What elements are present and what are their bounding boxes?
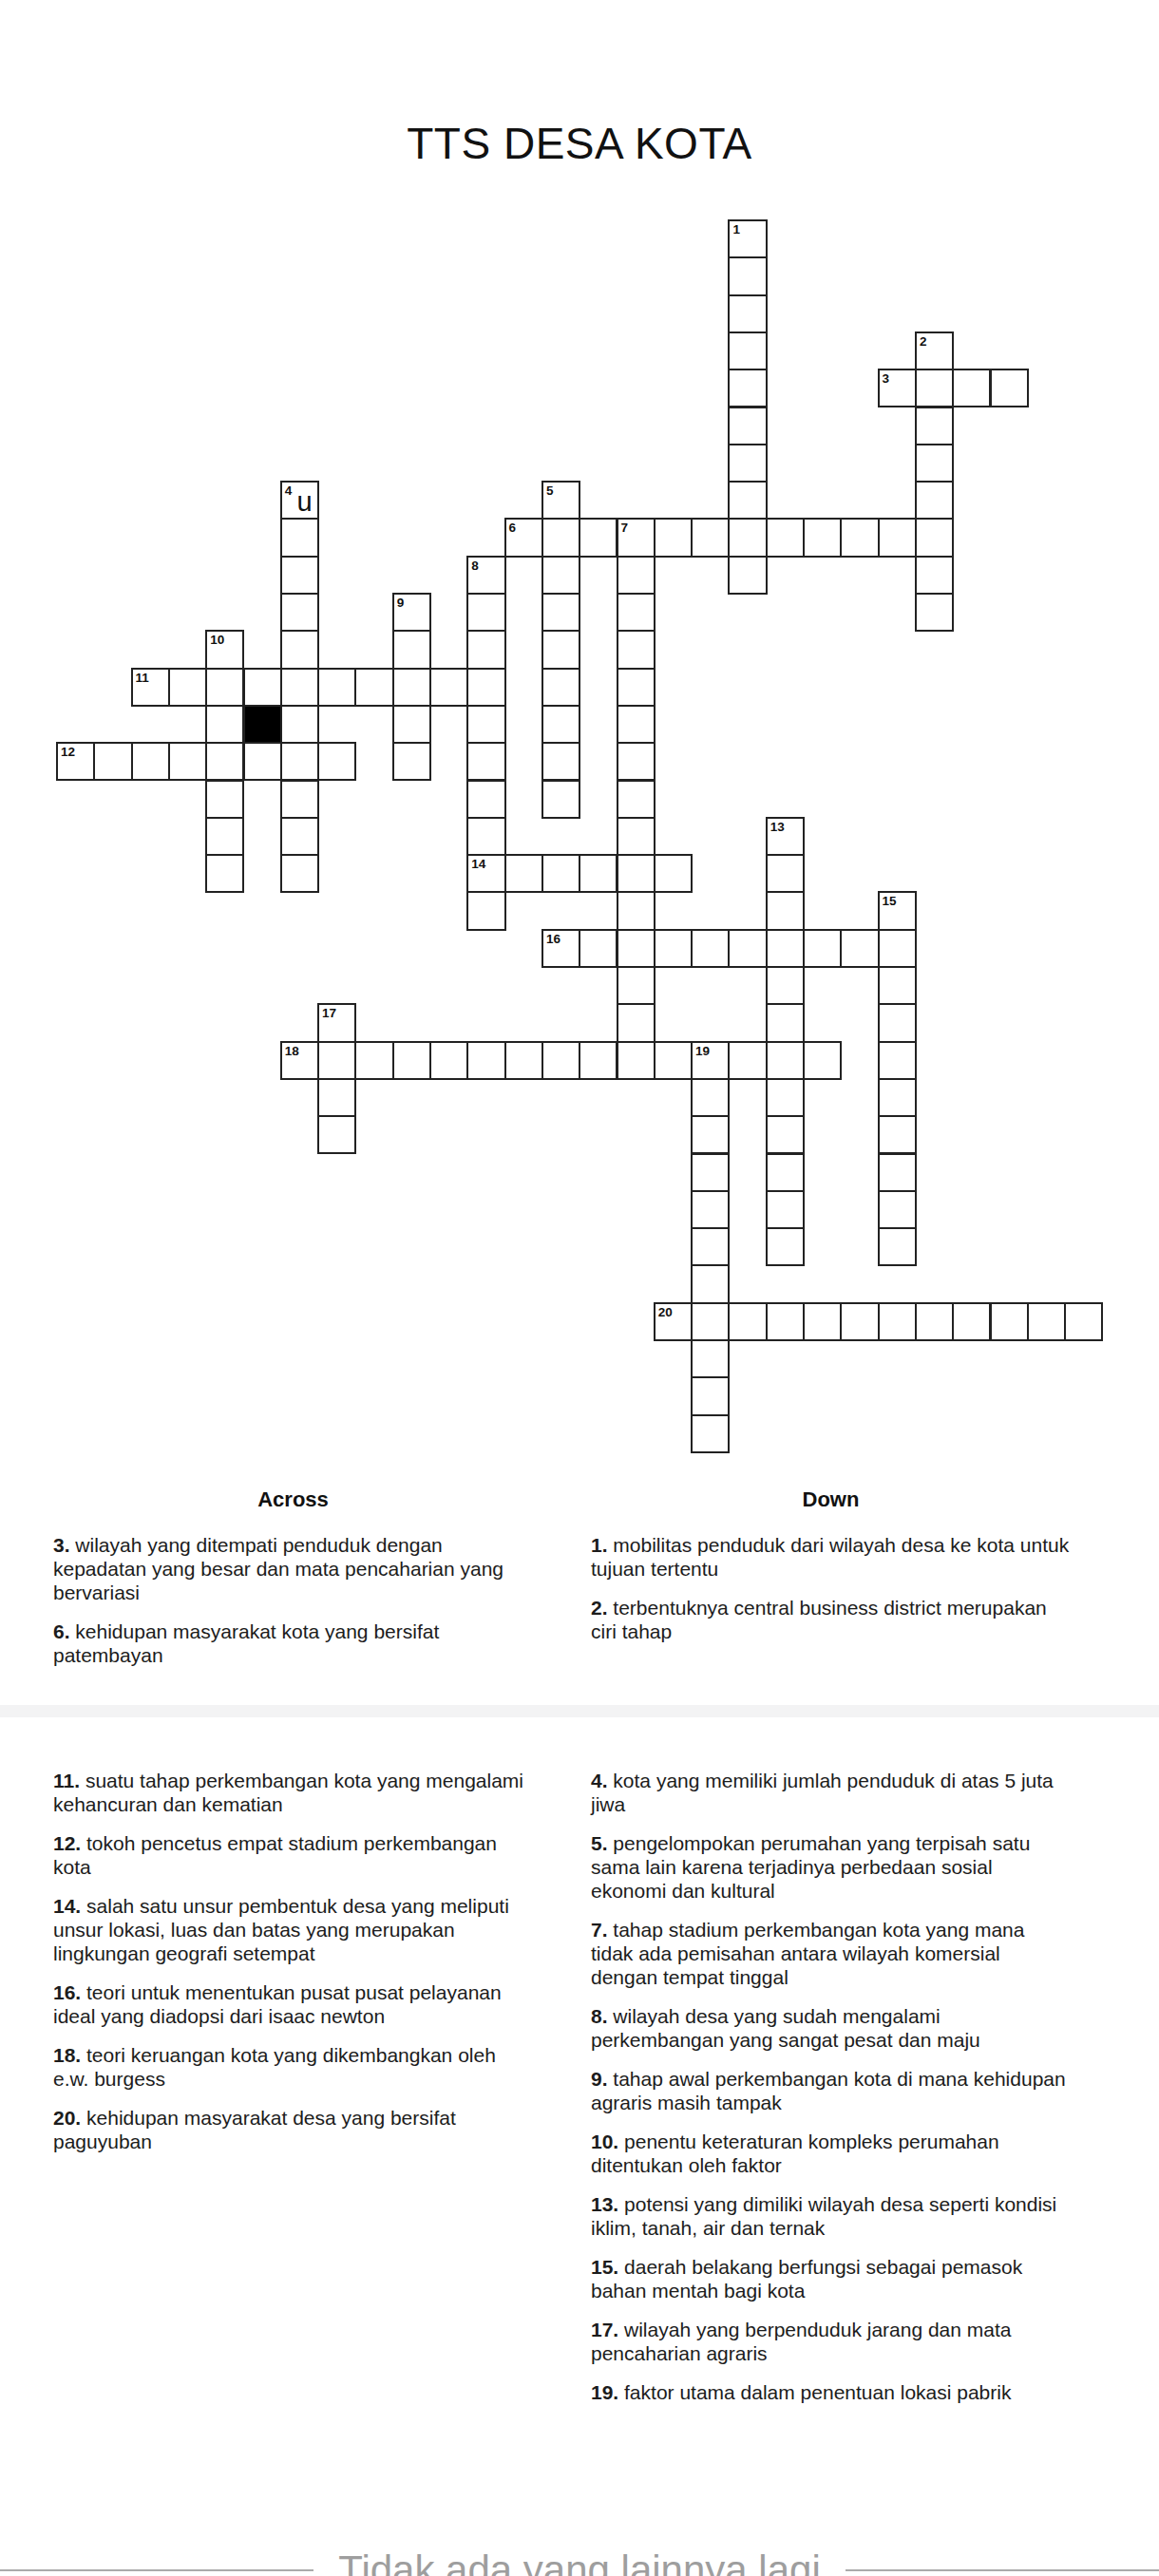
- cell-r13-c6[interactable]: [280, 705, 319, 744]
- clue-across-16: 16. teori untuk menentukan pusat pusat p…: [53, 1980, 533, 2028]
- cell-r19-c13[interactable]: 16: [541, 929, 580, 968]
- cell-r5-c23[interactable]: [915, 407, 954, 445]
- clue-number-10: 10: [210, 633, 224, 647]
- cell-r28-c17[interactable]: [691, 1264, 730, 1303]
- cell-r29-c26[interactable]: [1027, 1302, 1066, 1341]
- cell-r20-c19[interactable]: [766, 966, 805, 1005]
- cell-r10-c23[interactable]: [915, 593, 954, 632]
- cell-r7-c13[interactable]: 5: [541, 481, 580, 520]
- cell-r8-c13[interactable]: [541, 518, 580, 557]
- clue-down-5: 5. pengelompokan perumahan yang terpisah…: [591, 1831, 1071, 1903]
- cell-r11-c11[interactable]: [466, 630, 505, 669]
- cell-r17-c19[interactable]: [766, 854, 805, 893]
- cell-r8-c20[interactable]: [803, 518, 842, 557]
- cell-r10-c15[interactable]: [617, 593, 655, 632]
- clue-across-14: 14. salah satu unsur pembentuk desa yang…: [53, 1894, 533, 1965]
- cell-r27-c19[interactable]: [766, 1227, 805, 1266]
- cell-r19-c15[interactable]: [617, 929, 655, 968]
- clue-number-17: 17: [322, 1006, 336, 1020]
- cell-r22-c22[interactable]: [878, 1041, 917, 1080]
- cell-r8-c12[interactable]: 6: [504, 518, 543, 557]
- cell-r14-c4[interactable]: [205, 742, 244, 781]
- cell-r15-c15[interactable]: [617, 780, 655, 819]
- across-header: Across: [53, 1487, 533, 1512]
- clue-number-20: 20: [658, 1305, 673, 1319]
- cell-r11-c4[interactable]: 10: [205, 630, 244, 669]
- cell-r12-c6[interactable]: [280, 668, 319, 707]
- cell-r14-c0[interactable]: 12: [56, 742, 95, 781]
- clue-across-3: 3. wilayah yang ditempati penduduk denga…: [53, 1533, 533, 1604]
- cell-r12-c8[interactable]: [354, 668, 393, 707]
- clue-across-11: 11. suatu tahap perkembangan kota yang m…: [53, 1769, 533, 1816]
- black-cell-r13-c5: [243, 705, 282, 744]
- cell-r8-c19[interactable]: [766, 518, 805, 557]
- cell-r22-c11[interactable]: [466, 1041, 505, 1080]
- cell-r1-c18[interactable]: [728, 256, 767, 295]
- cell-r16-c4[interactable]: [205, 817, 244, 856]
- cell-r13-c11[interactable]: [466, 705, 505, 744]
- cell-r22-c18[interactable]: [728, 1041, 767, 1080]
- cell-r14-c2[interactable]: [131, 742, 170, 781]
- cell-r26-c19[interactable]: [766, 1190, 805, 1229]
- cell-r26-c17[interactable]: [691, 1190, 730, 1229]
- cell-r2-c18[interactable]: [728, 294, 767, 333]
- cell-r22-c19[interactable]: [766, 1041, 805, 1080]
- cell-r14-c5[interactable]: [243, 742, 282, 781]
- cell-r12-c9[interactable]: [392, 668, 431, 707]
- cell-r29-c16[interactable]: 20: [654, 1302, 693, 1341]
- cell-r12-c4[interactable]: [205, 668, 244, 707]
- cell-r19-c21[interactable]: [840, 929, 879, 968]
- prefilled-letter: u: [282, 483, 317, 518]
- cell-r12-c13[interactable]: [541, 668, 580, 707]
- cell-r10-c11[interactable]: [466, 593, 505, 632]
- cell-r20-c22[interactable]: [878, 966, 917, 1005]
- clue-number-16: 16: [546, 932, 560, 946]
- cell-r3-c23[interactable]: 2: [915, 331, 954, 370]
- cell-r19-c20[interactable]: [803, 929, 842, 968]
- cell-r4-c18[interactable]: [728, 369, 767, 407]
- cell-r18-c15[interactable]: [617, 891, 655, 930]
- cell-r12-c5[interactable]: [243, 668, 282, 707]
- cell-r31-c17[interactable]: [691, 1376, 730, 1415]
- clue-number-12: 12: [61, 745, 75, 759]
- clue-across-18: 18. teori keruangan kota yang dikembangk…: [53, 2043, 533, 2091]
- cell-r10-c6[interactable]: [280, 593, 319, 632]
- clue-number-13: 13: [770, 820, 785, 834]
- cell-r17-c15[interactable]: [617, 854, 655, 893]
- cell-r15-c6[interactable]: [280, 780, 319, 819]
- cell-r22-c13[interactable]: [541, 1041, 580, 1080]
- clue-number-5: 5: [546, 483, 554, 498]
- divider-line-left: [0, 2569, 313, 2571]
- clue-down-2: 2. terbentuknya central business distric…: [591, 1596, 1071, 1643]
- cell-r11-c15[interactable]: [617, 630, 655, 669]
- cell-r22-c10[interactable]: [429, 1041, 468, 1080]
- across-clue-list-1: 3. wilayah yang ditempati penduduk denga…: [53, 1533, 533, 1667]
- down-clues-section-2: 4. kota yang memiliki jumlah penduduk di…: [591, 1769, 1071, 2419]
- clue-down-17: 17. wilayah yang berpenduduk jarang dan …: [591, 2318, 1071, 2365]
- clue-number-3: 3: [883, 371, 890, 386]
- cell-r14-c9[interactable]: [392, 742, 431, 781]
- cell-r27-c22[interactable]: [878, 1227, 917, 1266]
- cell-r14-c6[interactable]: [280, 742, 319, 781]
- cell-r16-c19[interactable]: 13: [766, 817, 805, 856]
- cell-r22-c15[interactable]: [617, 1041, 655, 1080]
- cell-r29-c20[interactable]: [803, 1302, 842, 1341]
- clue-down-1: 1. mobilitas penduduk dari wilayah desa …: [591, 1533, 1071, 1581]
- cell-r23-c7[interactable]: [317, 1078, 356, 1117]
- clue-down-15: 15. daerah belakang berfungsi sebagai pe…: [591, 2255, 1071, 2302]
- cell-r9-c18[interactable]: [728, 556, 767, 595]
- clue-down-4: 4. kota yang memiliki jumlah penduduk di…: [591, 1769, 1071, 1816]
- section-separator-band: [0, 1705, 1159, 1717]
- cell-r23-c17[interactable]: [691, 1078, 730, 1117]
- cell-r12-c7[interactable]: [317, 668, 356, 707]
- cell-r24-c17[interactable]: [691, 1115, 730, 1154]
- cell-r9-c11[interactable]: 8: [466, 556, 505, 595]
- cell-r18-c22[interactable]: 15: [878, 891, 917, 930]
- cell-r21-c7[interactable]: 17: [317, 1003, 356, 1042]
- cell-r30-c17[interactable]: [691, 1339, 730, 1378]
- cell-r29-c27[interactable]: [1064, 1302, 1103, 1341]
- cell-r32-c17[interactable]: [691, 1414, 730, 1453]
- clue-down-8: 8. wilayah desa yang sudah mengalami per…: [591, 2004, 1071, 2052]
- cell-r29-c17[interactable]: [691, 1302, 730, 1341]
- cell-r17-c6[interactable]: [280, 854, 319, 893]
- cell-r25-c19[interactable]: [766, 1153, 805, 1192]
- cell-r21-c15[interactable]: [617, 1003, 655, 1042]
- end-of-list-divider: Tidak ada yang lainnya lagi: [0, 2548, 1159, 2576]
- cell-r7-c23[interactable]: [915, 481, 954, 520]
- cell-r7-c6[interactable]: 4u: [280, 481, 319, 520]
- cell-r21-c22[interactable]: [878, 1003, 917, 1042]
- cell-r8-c22[interactable]: [878, 518, 917, 557]
- cell-r29-c23[interactable]: [915, 1302, 954, 1341]
- down-clue-list-1: 1. mobilitas penduduk dari wilayah desa …: [591, 1533, 1071, 1643]
- cell-r17-c16[interactable]: [654, 854, 693, 893]
- clue-across-12: 12. tokoh pencetus empat stadium perkemb…: [53, 1831, 533, 1879]
- cell-r4-c23[interactable]: [915, 369, 954, 407]
- cell-r16-c6[interactable]: [280, 817, 319, 856]
- cell-r9-c15[interactable]: [617, 556, 655, 595]
- cell-r8-c6[interactable]: [280, 518, 319, 557]
- cell-r19-c16[interactable]: [654, 929, 693, 968]
- cell-r10-c13[interactable]: [541, 593, 580, 632]
- cell-r29-c25[interactable]: [990, 1302, 1029, 1341]
- cell-r23-c19[interactable]: [766, 1078, 805, 1117]
- clue-number-18: 18: [285, 1044, 299, 1058]
- cell-r25-c17[interactable]: [691, 1153, 730, 1192]
- clue-number-6: 6: [509, 521, 517, 535]
- cell-r17-c13[interactable]: [541, 854, 580, 893]
- cell-r11-c9[interactable]: [392, 630, 431, 669]
- cell-r24-c7[interactable]: [317, 1115, 356, 1154]
- cell-r6-c23[interactable]: [915, 444, 954, 483]
- cell-r13-c4[interactable]: [205, 705, 244, 744]
- down-clue-list-2: 4. kota yang memiliki jumlah penduduk di…: [591, 1769, 1071, 2404]
- cell-r12-c10[interactable]: [429, 668, 468, 707]
- cell-r15-c11[interactable]: [466, 780, 505, 819]
- cell-r8-c14[interactable]: [579, 518, 617, 557]
- cell-r24-c22[interactable]: [878, 1115, 917, 1154]
- cell-r22-c8[interactable]: [354, 1041, 393, 1080]
- clue-down-10: 10. penentu keteraturan kompleks perumah…: [591, 2130, 1071, 2177]
- cell-r9-c6[interactable]: [280, 556, 319, 595]
- cell-r14-c1[interactable]: [93, 742, 132, 781]
- clue-down-19: 19. faktor utama dalam penentuan lokasi …: [591, 2380, 1071, 2404]
- cell-r17-c11[interactable]: 14: [466, 854, 505, 893]
- cell-r19-c14[interactable]: [579, 929, 617, 968]
- cell-r17-c4[interactable]: [205, 854, 244, 893]
- clue-across-6: 6. kehidupan masyarakat kota yang bersif…: [53, 1619, 533, 1667]
- cell-r12-c2[interactable]: 11: [131, 668, 170, 707]
- cell-r0-c18[interactable]: 1: [728, 219, 767, 258]
- cell-r18-c11[interactable]: [466, 891, 505, 930]
- cell-r21-c19[interactable]: [766, 1003, 805, 1042]
- cell-r29-c19[interactable]: [766, 1302, 805, 1341]
- down-clues-section-1: Down 1. mobilitas penduduk dari wilayah …: [591, 1487, 1071, 1658]
- cell-r23-c22[interactable]: [878, 1078, 917, 1117]
- cell-r12-c15[interactable]: [617, 668, 655, 707]
- crossword-grid: 1234u567891011121314151617181920: [0, 0, 1159, 1463]
- cell-r11-c6[interactable]: [280, 630, 319, 669]
- cell-r14-c13[interactable]: [541, 742, 580, 781]
- clue-number-7: 7: [621, 521, 629, 535]
- down-header: Down: [591, 1487, 1071, 1512]
- clue-number-8: 8: [471, 559, 479, 573]
- cell-r19-c19[interactable]: [766, 929, 805, 968]
- cell-r22-c9[interactable]: [392, 1041, 431, 1080]
- cell-r6-c18[interactable]: [728, 444, 767, 483]
- clue-number-2: 2: [920, 334, 927, 349]
- cell-r4-c24[interactable]: [952, 369, 991, 407]
- clue-number-1: 1: [732, 222, 740, 237]
- cell-r27-c17[interactable]: [691, 1227, 730, 1266]
- cell-r14-c7[interactable]: [317, 742, 356, 781]
- cell-r15-c4[interactable]: [205, 780, 244, 819]
- end-of-list-text: Tidak ada yang lainnya lagi: [338, 2548, 820, 2576]
- cell-r8-c23[interactable]: [915, 518, 954, 557]
- cell-r17-c12[interactable]: [504, 854, 543, 893]
- cell-r14-c3[interactable]: [168, 742, 207, 781]
- cell-r8-c18[interactable]: [728, 518, 767, 557]
- clue-down-13: 13. potensi yang dimiliki wilayah desa s…: [591, 2192, 1071, 2240]
- clue-number-9: 9: [397, 596, 405, 610]
- cell-r7-c18[interactable]: [728, 481, 767, 520]
- cell-r22-c20[interactable]: [803, 1041, 842, 1080]
- cell-r18-c19[interactable]: [766, 891, 805, 930]
- cell-r20-c15[interactable]: [617, 966, 655, 1005]
- cell-r24-c19[interactable]: [766, 1115, 805, 1154]
- cell-r12-c11[interactable]: [466, 668, 505, 707]
- cell-r8-c21[interactable]: [840, 518, 879, 557]
- cell-r29-c18[interactable]: [728, 1302, 767, 1341]
- cell-r17-c14[interactable]: [579, 854, 617, 893]
- cell-r4-c22[interactable]: 3: [878, 369, 917, 407]
- cell-r26-c22[interactable]: [878, 1190, 917, 1229]
- clue-across-20: 20. kehidupan masyarakat desa yang bersi…: [53, 2106, 533, 2153]
- cell-r4-c25[interactable]: [990, 369, 1029, 407]
- clue-number-11: 11: [136, 671, 149, 685]
- cell-r8-c16[interactable]: [654, 518, 693, 557]
- clue-number-15: 15: [883, 894, 897, 908]
- cell-r22-c17[interactable]: 19: [691, 1041, 730, 1080]
- across-clues-section-1: Across 3. wilayah yang ditempati pendudu…: [53, 1487, 533, 1682]
- cell-r13-c15[interactable]: [617, 705, 655, 744]
- cell-r14-c15[interactable]: [617, 742, 655, 781]
- cell-r13-c9[interactable]: [392, 705, 431, 744]
- clue-down-7: 7. tahap stadium perkembangan kota yang …: [591, 1918, 1071, 1989]
- cell-r19-c17[interactable]: [691, 929, 730, 968]
- cell-r22-c7[interactable]: [317, 1041, 356, 1080]
- cell-r22-c12[interactable]: [504, 1041, 543, 1080]
- cell-r22-c6[interactable]: 18: [280, 1041, 319, 1080]
- cell-r22-c16[interactable]: [654, 1041, 693, 1080]
- cell-r16-c15[interactable]: [617, 817, 655, 856]
- cell-r8-c15[interactable]: 7: [617, 518, 655, 557]
- cell-r12-c3[interactable]: [168, 668, 207, 707]
- clue-number-19: 19: [695, 1044, 710, 1058]
- cell-r9-c13[interactable]: [541, 556, 580, 595]
- cell-r11-c13[interactable]: [541, 630, 580, 669]
- cell-r9-c23[interactable]: [915, 556, 954, 595]
- across-clues-section-2: 11. suatu tahap perkembangan kota yang m…: [53, 1769, 533, 2169]
- cell-r16-c11[interactable]: [466, 817, 505, 856]
- cell-r13-c13[interactable]: [541, 705, 580, 744]
- clue-down-9: 9. tahap awal perkembangan kota di mana …: [591, 2067, 1071, 2114]
- cell-r29-c22[interactable]: [878, 1302, 917, 1341]
- cell-r5-c18[interactable]: [728, 407, 767, 445]
- cell-r25-c22[interactable]: [878, 1153, 917, 1192]
- across-clue-list-2: 11. suatu tahap perkembangan kota yang m…: [53, 1769, 533, 2153]
- clue-number-14: 14: [471, 857, 485, 871]
- cell-r22-c14[interactable]: [579, 1041, 617, 1080]
- cell-r19-c22[interactable]: [878, 929, 917, 968]
- cell-r15-c13[interactable]: [541, 780, 580, 819]
- cell-r8-c17[interactable]: [691, 518, 730, 557]
- cell-r3-c18[interactable]: [728, 331, 767, 370]
- cell-r29-c24[interactable]: [952, 1302, 991, 1341]
- cell-r19-c18[interactable]: [728, 929, 767, 968]
- divider-line-right: [845, 2569, 1159, 2571]
- cell-r29-c21[interactable]: [840, 1302, 879, 1341]
- cell-r10-c9[interactable]: 9: [392, 593, 431, 632]
- cell-r14-c11[interactable]: [466, 742, 505, 781]
